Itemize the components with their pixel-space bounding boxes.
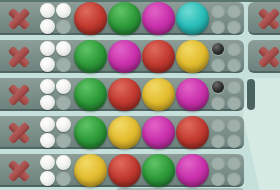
guess-ball-cyan[interactable] [176,2,209,35]
peg-hole [211,20,225,34]
peg-hole [56,57,71,72]
delete-row-button[interactable] [7,83,31,107]
peg-hole [227,118,241,132]
peg-hole [211,58,225,72]
x-icon [7,159,31,183]
peg-hole [211,4,225,18]
delete-row-button[interactable] [7,7,31,31]
peg-hole [56,95,71,110]
guess-ball-magenta[interactable] [176,154,209,187]
guess-ball-green[interactable] [74,40,107,73]
feedback-peg-white [40,171,55,186]
guess-ball-red[interactable] [142,40,175,73]
feedback-peg-white [40,117,55,132]
feedback-peg-white [56,79,71,94]
peg-hole [227,172,241,186]
guess-ball-yellow[interactable] [176,40,209,73]
guess-ball-green[interactable] [74,116,107,149]
next-row-hint [116,188,244,190]
feedback-peg-white [40,155,55,170]
delete-row-button[interactable] [7,121,31,145]
peg-hole [211,134,225,148]
row-delete-panel [248,2,280,35]
peg-hole [227,42,241,56]
guess-ball-red[interactable] [108,154,141,187]
peg-hole [56,133,71,148]
feedback-peg-white [56,117,71,132]
feedback-peg-black [212,81,224,93]
guess-row [0,154,244,187]
row-delete-panel [248,40,280,73]
peg-hole [227,20,241,34]
delete-row-button[interactable] [7,159,31,183]
row-indicator-bar [247,79,255,110]
feedback-peg-white [56,155,71,170]
peg-hole [227,96,241,110]
guess-ball-magenta[interactable] [142,2,175,35]
peg-hole [227,156,241,170]
feedback-peg-black [212,43,224,55]
x-icon [257,45,280,69]
peg-hole [227,58,241,72]
guess-ball-yellow[interactable] [142,78,175,111]
feedback-peg-white [40,57,55,72]
delete-row-button[interactable] [257,45,280,69]
guess-ball-green[interactable] [74,78,107,111]
guess-ball-red[interactable] [74,2,107,35]
guess-ball-magenta[interactable] [142,116,175,149]
guess-row [0,2,244,35]
delete-row-button[interactable] [257,7,280,31]
feedback-peg-white [56,3,71,18]
peg-hole [211,42,225,56]
guess-ball-green[interactable] [142,154,175,187]
peg-hole [211,172,225,186]
guess-row [0,78,244,111]
peg-hole [227,134,241,148]
feedback-peg-white [40,19,55,34]
x-icon [257,7,280,31]
x-icon [7,45,31,69]
guess-ball-magenta[interactable] [176,78,209,111]
feedback-peg-white [40,41,55,56]
feedback-peg-white [40,133,55,148]
x-icon [7,83,31,107]
feedback-peg-white [40,3,55,18]
peg-hole [56,19,71,34]
guess-row [0,40,244,73]
guess-ball-magenta[interactable] [108,40,141,73]
guess-ball-red[interactable] [108,78,141,111]
guess-row [0,116,244,149]
peg-hole [56,171,71,186]
guess-ball-red[interactable] [176,116,209,149]
delete-row-button[interactable] [7,45,31,69]
peg-hole [211,80,225,94]
guess-ball-yellow[interactable] [74,154,107,187]
mastermind-board [0,0,280,190]
peg-hole [211,156,225,170]
x-icon [7,121,31,145]
peg-hole [227,4,241,18]
feedback-peg-white [40,79,55,94]
peg-hole [227,80,241,94]
peg-hole [211,96,225,110]
guess-ball-green[interactable] [108,2,141,35]
feedback-peg-white [56,41,71,56]
feedback-peg-white [40,95,55,110]
x-icon [7,7,31,31]
peg-hole [211,118,225,132]
guess-ball-yellow[interactable] [108,116,141,149]
